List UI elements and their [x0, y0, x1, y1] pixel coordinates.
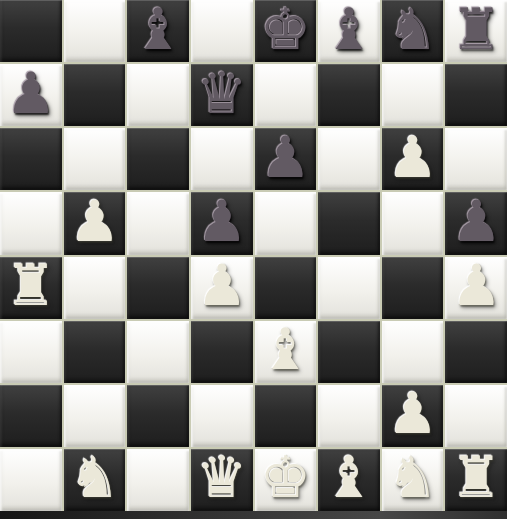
square-h2[interactable]	[445, 385, 507, 447]
square-h6[interactable]	[445, 128, 507, 190]
square-f8[interactable]: ♝	[318, 0, 380, 62]
piece-black-pawn[interactable]: ♟	[451, 193, 502, 250]
piece-black-pawn[interactable]: ♟	[196, 193, 247, 250]
square-b2[interactable]	[64, 385, 126, 447]
square-d6[interactable]	[191, 128, 253, 190]
square-c2[interactable]	[127, 385, 189, 447]
square-f5[interactable]	[318, 192, 380, 254]
piece-black-pawn[interactable]: ♟	[5, 65, 56, 122]
square-b1[interactable]: ♞	[64, 449, 126, 511]
square-e1[interactable]: ♚	[255, 449, 317, 511]
square-h3[interactable]	[445, 321, 507, 383]
square-a3[interactable]	[0, 321, 62, 383]
piece-white-knight[interactable]: ♞	[387, 449, 438, 506]
piece-white-king[interactable]: ♚	[260, 449, 311, 506]
square-g6[interactable]: ♟	[382, 128, 444, 190]
piece-white-pawn[interactable]: ♟	[387, 129, 438, 186]
square-a1[interactable]	[0, 449, 62, 511]
square-a7[interactable]: ♟	[0, 64, 62, 126]
piece-white-queen[interactable]: ♛	[196, 449, 247, 506]
square-d7[interactable]: ♛	[191, 64, 253, 126]
square-a2[interactable]	[0, 385, 62, 447]
square-f4[interactable]	[318, 257, 380, 319]
square-f7[interactable]	[318, 64, 380, 126]
square-g5[interactable]	[382, 192, 444, 254]
piece-white-pawn[interactable]: ♟	[387, 385, 438, 442]
square-a4[interactable]: ♜	[0, 257, 62, 319]
piece-white-pawn[interactable]: ♟	[196, 257, 247, 314]
square-e2[interactable]	[255, 385, 317, 447]
square-c3[interactable]	[127, 321, 189, 383]
square-b5[interactable]: ♟	[64, 192, 126, 254]
piece-black-king[interactable]: ♚	[260, 1, 311, 58]
square-h8[interactable]: ♜	[445, 0, 507, 62]
square-e6[interactable]: ♟	[255, 128, 317, 190]
square-c5[interactable]	[127, 192, 189, 254]
square-f6[interactable]	[318, 128, 380, 190]
square-b8[interactable]	[64, 0, 126, 62]
square-d5[interactable]: ♟	[191, 192, 253, 254]
square-c8[interactable]: ♝	[127, 0, 189, 62]
square-g7[interactable]	[382, 64, 444, 126]
square-d4[interactable]: ♟	[191, 257, 253, 319]
square-g1[interactable]: ♞	[382, 449, 444, 511]
square-f1[interactable]: ♝	[318, 449, 380, 511]
square-b4[interactable]	[64, 257, 126, 319]
square-e3[interactable]: ♝	[255, 321, 317, 383]
square-c4[interactable]	[127, 257, 189, 319]
piece-white-rook[interactable]: ♜	[451, 449, 502, 506]
square-d2[interactable]	[191, 385, 253, 447]
piece-white-rook[interactable]: ♜	[5, 257, 56, 314]
square-g2[interactable]: ♟	[382, 385, 444, 447]
piece-white-bishop[interactable]: ♝	[260, 321, 311, 378]
piece-black-rook[interactable]: ♜	[451, 1, 502, 58]
piece-black-bishop[interactable]: ♝	[133, 1, 184, 58]
square-g4[interactable]	[382, 257, 444, 319]
piece-white-pawn[interactable]: ♟	[69, 193, 120, 250]
piece-black-bishop[interactable]: ♝	[323, 1, 374, 58]
piece-white-pawn[interactable]: ♟	[451, 257, 502, 314]
square-b6[interactable]	[64, 128, 126, 190]
chess-app: ♝♚♝♞♜♟♛♟♟♟♟♟♜♟♟♝♟♞♛♚♝♞♜	[0, 0, 507, 519]
piece-black-queen[interactable]: ♛	[196, 65, 247, 122]
piece-black-pawn[interactable]: ♟	[260, 129, 311, 186]
square-g3[interactable]	[382, 321, 444, 383]
square-e8[interactable]: ♚	[255, 0, 317, 62]
square-c7[interactable]	[127, 64, 189, 126]
piece-white-knight[interactable]: ♞	[69, 449, 120, 506]
square-e7[interactable]	[255, 64, 317, 126]
board-bottom-edge	[0, 511, 507, 519]
square-b3[interactable]	[64, 321, 126, 383]
square-b7[interactable]	[64, 64, 126, 126]
square-h1[interactable]: ♜	[445, 449, 507, 511]
square-d8[interactable]	[191, 0, 253, 62]
square-d1[interactable]: ♛	[191, 449, 253, 511]
square-e4[interactable]	[255, 257, 317, 319]
square-h4[interactable]: ♟	[445, 257, 507, 319]
square-c1[interactable]	[127, 449, 189, 511]
square-c6[interactable]	[127, 128, 189, 190]
square-h7[interactable]	[445, 64, 507, 126]
square-a8[interactable]	[0, 0, 62, 62]
piece-white-bishop[interactable]: ♝	[323, 449, 374, 506]
square-a5[interactable]	[0, 192, 62, 254]
square-f3[interactable]	[318, 321, 380, 383]
square-a6[interactable]	[0, 128, 62, 190]
square-h5[interactable]: ♟	[445, 192, 507, 254]
square-e5[interactable]	[255, 192, 317, 254]
square-f2[interactable]	[318, 385, 380, 447]
piece-black-knight[interactable]: ♞	[387, 1, 438, 58]
chess-board: ♝♚♝♞♜♟♛♟♟♟♟♟♜♟♟♝♟♞♛♚♝♞♜	[0, 0, 507, 511]
square-g8[interactable]: ♞	[382, 0, 444, 62]
square-d3[interactable]	[191, 321, 253, 383]
